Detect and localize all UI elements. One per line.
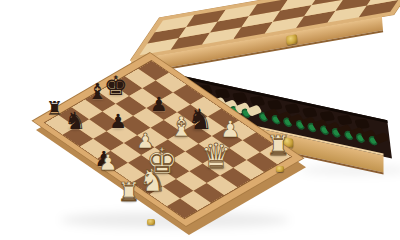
white-rook: ♜: [266, 132, 290, 159]
white-rook: ♜: [117, 179, 140, 205]
board-latch-icon: [276, 166, 284, 172]
black-rook: ♜: [46, 98, 63, 117]
black-pawn: ♟: [150, 95, 168, 115]
brass-clasp-icon: [286, 34, 298, 45]
black-bishop: ♝: [88, 81, 108, 103]
board-latch-icon: [147, 219, 155, 225]
white-knight: ♞: [138, 165, 166, 196]
white-bishop: ♝: [169, 113, 194, 141]
product-photo: ♜♞♝♚♟♟♟♞♟♟♝♚♟♞♛♜♜: [0, 0, 400, 240]
white-pawn: ♟: [98, 152, 118, 174]
white-queen: ♛: [201, 139, 232, 173]
black-pawn: ♟: [109, 112, 127, 132]
black-knight: ♞: [64, 109, 86, 133]
